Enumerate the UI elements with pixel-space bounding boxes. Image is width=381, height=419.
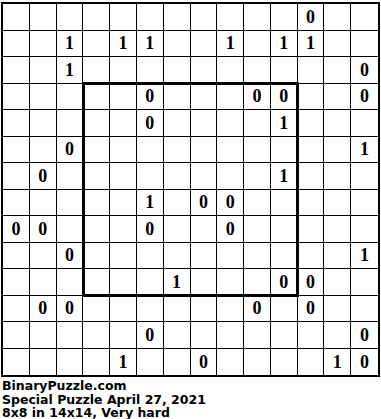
cell-r11c11-given[interactable]: 0	[298, 296, 325, 323]
cell-r8c10[interactable]	[271, 216, 298, 243]
cell-r11c3[interactable]	[83, 296, 110, 323]
cell-r0c9[interactable]	[244, 4, 271, 31]
cell-r13c1[interactable]	[30, 349, 57, 376]
cell-r5c3[interactable]	[83, 137, 110, 164]
cell-r6c2[interactable]	[57, 163, 84, 190]
cell-r4c8[interactable]	[217, 110, 244, 137]
puzzle-title: Special Puzzle April 27, 2021	[2, 393, 381, 407]
cell-r2c12[interactable]	[324, 57, 351, 84]
cell-r12c3[interactable]	[83, 322, 110, 349]
cell-r12c6[interactable]	[164, 322, 191, 349]
cell-r10c5[interactable]	[137, 269, 164, 296]
cell-r12c13-given[interactable]: 0	[351, 322, 378, 349]
cell-r4c11[interactable]	[298, 110, 325, 137]
cell-r10c4[interactable]	[110, 269, 137, 296]
cell-r1c7[interactable]	[191, 31, 218, 58]
cell-r10c10-given[interactable]: 0	[271, 269, 298, 296]
cell-r3c11[interactable]	[298, 84, 325, 111]
cell-r7c11[interactable]	[298, 190, 325, 217]
cell-r13c7-given[interactable]: 0	[191, 349, 218, 376]
cell-r0c1[interactable]	[30, 4, 57, 31]
cell-r8c4[interactable]	[110, 216, 137, 243]
cell-r7c7-given[interactable]: 0	[191, 190, 218, 217]
cell-r8c8-given[interactable]: 0	[217, 216, 244, 243]
cell-r8c9[interactable]	[244, 216, 271, 243]
cell-r4c5-given[interactable]: 0	[137, 110, 164, 137]
cell-r5c12[interactable]	[324, 137, 351, 164]
cell-r13c0[interactable]	[3, 349, 30, 376]
cell-r11c8[interactable]	[217, 296, 244, 323]
cell-r13c12-given[interactable]: 1	[324, 349, 351, 376]
cell-r6c6[interactable]	[164, 163, 191, 190]
cell-r5c10[interactable]	[271, 137, 298, 164]
cell-r10c2[interactable]	[57, 269, 84, 296]
cell-r1c2-given[interactable]: 1	[57, 31, 84, 58]
cell-r0c13[interactable]	[351, 4, 378, 31]
cell-r2c9[interactable]	[244, 57, 271, 84]
cell-r1c13[interactable]	[351, 31, 378, 58]
cell-r3c9-given[interactable]: 0	[244, 84, 271, 111]
cell-r13c4-given[interactable]: 1	[110, 349, 137, 376]
cell-r13c3[interactable]	[83, 349, 110, 376]
cell-r12c9[interactable]	[244, 322, 271, 349]
cell-r7c10[interactable]	[271, 190, 298, 217]
cell-r3c12[interactable]	[324, 84, 351, 111]
cell-r5c13-given[interactable]: 1	[351, 137, 378, 164]
cell-r8c2[interactable]	[57, 216, 84, 243]
cell-r12c8[interactable]	[217, 322, 244, 349]
cell-r9c9[interactable]	[244, 243, 271, 270]
cell-r5c1[interactable]	[30, 137, 57, 164]
cell-r10c13[interactable]	[351, 269, 378, 296]
cell-r1c4-given[interactable]: 1	[110, 31, 137, 58]
cell-r12c5-given[interactable]: 0	[137, 322, 164, 349]
cell-r0c11-given[interactable]: 0	[298, 4, 325, 31]
cell-r8c12[interactable]	[324, 216, 351, 243]
cell-r4c2[interactable]	[57, 110, 84, 137]
cell-r7c6[interactable]	[164, 190, 191, 217]
board-grid: 0111111100000010101100000001100000000101…	[3, 4, 378, 375]
cell-r3c8[interactable]	[217, 84, 244, 111]
cell-r11c4[interactable]	[110, 296, 137, 323]
cell-r5c5[interactable]	[137, 137, 164, 164]
cell-r4c9[interactable]	[244, 110, 271, 137]
cell-r2c0[interactable]	[3, 57, 30, 84]
cell-r7c12[interactable]	[324, 190, 351, 217]
cell-r0c2[interactable]	[57, 4, 84, 31]
cell-r2c7[interactable]	[191, 57, 218, 84]
cell-r13c8[interactable]	[217, 349, 244, 376]
cell-r13c11[interactable]	[298, 349, 325, 376]
cell-r11c2-given[interactable]: 0	[57, 296, 84, 323]
cell-r11c12[interactable]	[324, 296, 351, 323]
cell-r13c13-given[interactable]: 0	[351, 349, 378, 376]
cell-r11c6[interactable]	[164, 296, 191, 323]
cell-r12c11[interactable]	[298, 322, 325, 349]
cell-r3c4[interactable]	[110, 84, 137, 111]
cell-r5c0[interactable]	[3, 137, 30, 164]
cell-r4c10-given[interactable]: 1	[271, 110, 298, 137]
cell-r2c3[interactable]	[83, 57, 110, 84]
cell-r0c8[interactable]	[217, 4, 244, 31]
cell-r1c6[interactable]	[164, 31, 191, 58]
cell-r7c4[interactable]	[110, 190, 137, 217]
cell-r4c13[interactable]	[351, 110, 378, 137]
cell-r3c10-given[interactable]: 0	[271, 84, 298, 111]
cell-r9c13-given[interactable]: 1	[351, 243, 378, 270]
cell-r6c1-given[interactable]: 0	[30, 163, 57, 190]
cell-r10c3[interactable]	[83, 269, 110, 296]
cell-r3c3[interactable]	[83, 84, 110, 111]
cell-r5c11[interactable]	[298, 137, 325, 164]
cell-r5c9[interactable]	[244, 137, 271, 164]
cell-r11c0[interactable]	[3, 296, 30, 323]
cell-r6c3[interactable]	[83, 163, 110, 190]
cell-r2c1[interactable]	[30, 57, 57, 84]
cell-r12c7[interactable]	[191, 322, 218, 349]
cell-r13c5[interactable]	[137, 349, 164, 376]
cell-r8c13[interactable]	[351, 216, 378, 243]
cell-r4c4[interactable]	[110, 110, 137, 137]
cell-r3c6[interactable]	[164, 84, 191, 111]
cell-r10c11-given[interactable]: 0	[298, 269, 325, 296]
cell-r1c1[interactable]	[30, 31, 57, 58]
cell-r8c0-given[interactable]: 0	[3, 216, 30, 243]
cell-r11c5[interactable]	[137, 296, 164, 323]
cell-r13c10[interactable]	[271, 349, 298, 376]
cell-r13c9[interactable]	[244, 349, 271, 376]
cell-r1c0[interactable]	[3, 31, 30, 58]
cell-r0c3[interactable]	[83, 4, 110, 31]
cell-r11c9-given[interactable]: 0	[244, 296, 271, 323]
cell-r6c4[interactable]	[110, 163, 137, 190]
cell-r2c8[interactable]	[217, 57, 244, 84]
cell-r9c4[interactable]	[110, 243, 137, 270]
cell-r11c10[interactable]	[271, 296, 298, 323]
cell-r3c5-given[interactable]: 0	[137, 84, 164, 111]
cell-r5c2-given[interactable]: 0	[57, 137, 84, 164]
cell-r4c0[interactable]	[3, 110, 30, 137]
cell-r3c2[interactable]	[57, 84, 84, 111]
cell-r2c2-given[interactable]: 1	[57, 57, 84, 84]
cell-r0c7[interactable]	[191, 4, 218, 31]
cell-r9c2-given[interactable]: 0	[57, 243, 84, 270]
cell-r13c6[interactable]	[164, 349, 191, 376]
cell-r12c12[interactable]	[324, 322, 351, 349]
cell-r1c3[interactable]	[83, 31, 110, 58]
cell-r10c6-given[interactable]: 1	[164, 269, 191, 296]
cell-r1c12[interactable]	[324, 31, 351, 58]
cell-r9c1[interactable]	[30, 243, 57, 270]
cell-r12c10[interactable]	[271, 322, 298, 349]
cell-r0c12[interactable]	[324, 4, 351, 31]
cell-r0c4[interactable]	[110, 4, 137, 31]
cell-r2c6[interactable]	[164, 57, 191, 84]
cell-r10c9[interactable]	[244, 269, 271, 296]
cell-r11c13[interactable]	[351, 296, 378, 323]
cell-r10c8[interactable]	[217, 269, 244, 296]
cell-r8c7[interactable]	[191, 216, 218, 243]
cell-r7c5-given[interactable]: 1	[137, 190, 164, 217]
cell-r9c10[interactable]	[271, 243, 298, 270]
cell-r0c0[interactable]	[3, 4, 30, 31]
cell-r7c0[interactable]	[3, 190, 30, 217]
cell-r4c6[interactable]	[164, 110, 191, 137]
cell-r0c5[interactable]	[137, 4, 164, 31]
cell-r1c8-given[interactable]: 1	[217, 31, 244, 58]
cell-r6c5[interactable]	[137, 163, 164, 190]
cell-r3c13-given[interactable]: 0	[351, 84, 378, 111]
cell-r2c11[interactable]	[298, 57, 325, 84]
cell-r11c7[interactable]	[191, 296, 218, 323]
cell-r2c4[interactable]	[110, 57, 137, 84]
cell-r0c10[interactable]	[271, 4, 298, 31]
cell-r9c3[interactable]	[83, 243, 110, 270]
cell-r3c0[interactable]	[3, 84, 30, 111]
cell-r4c7[interactable]	[191, 110, 218, 137]
cell-r2c13-given[interactable]: 0	[351, 57, 378, 84]
cell-r8c6[interactable]	[164, 216, 191, 243]
cell-r1c9[interactable]	[244, 31, 271, 58]
cell-r7c13[interactable]	[351, 190, 378, 217]
cell-r10c0[interactable]	[3, 269, 30, 296]
cell-r8c11[interactable]	[298, 216, 325, 243]
cell-r9c7[interactable]	[191, 243, 218, 270]
cell-r7c1[interactable]	[30, 190, 57, 217]
cell-r1c10-given[interactable]: 1	[271, 31, 298, 58]
cell-r7c3[interactable]	[83, 190, 110, 217]
cell-r5c7[interactable]	[191, 137, 218, 164]
cell-r11c1-given[interactable]: 0	[30, 296, 57, 323]
cell-r6c7[interactable]	[191, 163, 218, 190]
cell-r9c0[interactable]	[3, 243, 30, 270]
cell-r12c0[interactable]	[3, 322, 30, 349]
cell-r7c8-given[interactable]: 0	[217, 190, 244, 217]
cell-r1c11-given[interactable]: 1	[298, 31, 325, 58]
cell-r3c7[interactable]	[191, 84, 218, 111]
cell-r13c2[interactable]	[57, 349, 84, 376]
cell-r6c11[interactable]	[298, 163, 325, 190]
cell-r5c6[interactable]	[164, 137, 191, 164]
cell-r7c9[interactable]	[244, 190, 271, 217]
cell-r6c8[interactable]	[217, 163, 244, 190]
cell-r6c12[interactable]	[324, 163, 351, 190]
cell-r4c3[interactable]	[83, 110, 110, 137]
cell-r4c12[interactable]	[324, 110, 351, 137]
cell-r9c12[interactable]	[324, 243, 351, 270]
cell-r2c5[interactable]	[137, 57, 164, 84]
cell-r9c6[interactable]	[164, 243, 191, 270]
cell-r10c7[interactable]	[191, 269, 218, 296]
footer: BinaryPuzzle.com Special Puzzle April 27…	[2, 379, 381, 419]
cell-r9c5[interactable]	[137, 243, 164, 270]
cell-r3c1[interactable]	[30, 84, 57, 111]
cell-r5c4[interactable]	[110, 137, 137, 164]
cell-r10c12[interactable]	[324, 269, 351, 296]
cell-r6c0[interactable]	[3, 163, 30, 190]
cell-r12c4[interactable]	[110, 322, 137, 349]
cell-r12c2[interactable]	[57, 322, 84, 349]
cell-r6c13[interactable]	[351, 163, 378, 190]
cell-r12c1[interactable]	[30, 322, 57, 349]
cell-r4c1[interactable]	[30, 110, 57, 137]
cell-r5c8[interactable]	[217, 137, 244, 164]
cell-r8c1-given[interactable]: 0	[30, 216, 57, 243]
cell-r6c10-given[interactable]: 1	[271, 163, 298, 190]
cell-r7c2[interactable]	[57, 190, 84, 217]
cell-r8c3[interactable]	[83, 216, 110, 243]
cell-r2c10[interactable]	[271, 57, 298, 84]
cell-r1c5-given[interactable]: 1	[137, 31, 164, 58]
puzzle-board: 0111111100000010101100000001100000000101…	[1, 2, 380, 377]
cell-r9c8[interactable]	[217, 243, 244, 270]
puzzle-details: 8x8 in 14x14, Very hard	[2, 406, 381, 419]
cell-r10c1[interactable]	[30, 269, 57, 296]
site-name: BinaryPuzzle.com	[2, 379, 381, 393]
cell-r6c9[interactable]	[244, 163, 271, 190]
cell-r9c11[interactable]	[298, 243, 325, 270]
cell-r8c5-given[interactable]: 0	[137, 216, 164, 243]
cell-r0c6[interactable]	[164, 4, 191, 31]
